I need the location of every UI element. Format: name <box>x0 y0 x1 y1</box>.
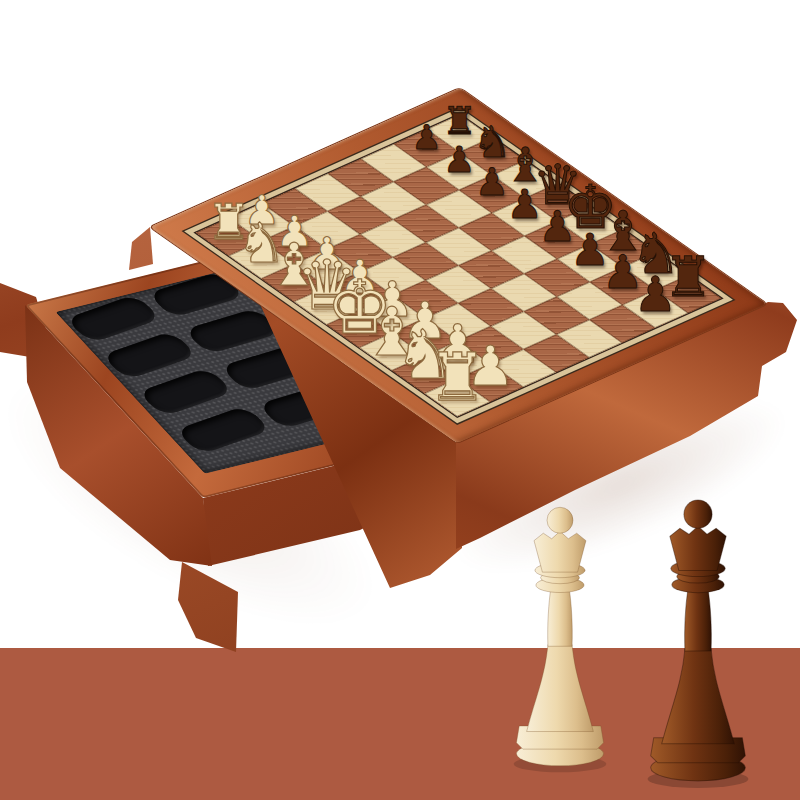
piece-black-pawn-d7: ♟ <box>507 185 543 225</box>
display-queen-dark <box>632 490 764 792</box>
foam-slot <box>175 406 272 455</box>
foam-slot <box>137 368 234 417</box>
display-queen-light <box>500 498 620 776</box>
piece-white-rook-h1: ♜ <box>428 345 487 411</box>
piece-black-pawn-b7: ♟ <box>443 142 475 178</box>
scene: ♜♞♝♛♚♝♞♜♟♟♟♟♟♟♟♟♟♟♟♟♟♟♟♟♜♞♝♛♚♝♞♜ <box>0 0 800 800</box>
piece-black-pawn-c7: ♟ <box>475 164 509 202</box>
foam-slot <box>101 331 198 380</box>
piece-black-rook-a8: ♜ <box>443 103 477 141</box>
piece-black-pawn-a7: ♟ <box>412 121 442 155</box>
foam-slot <box>65 294 162 343</box>
piece-black-pawn-h7: ♟ <box>634 270 677 318</box>
